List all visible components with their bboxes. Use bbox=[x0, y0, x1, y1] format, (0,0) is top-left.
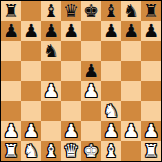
white-pawn[interactable]: ♟ bbox=[23, 121, 39, 141]
square-b3[interactable] bbox=[21, 101, 41, 121]
square-f6[interactable] bbox=[101, 41, 121, 61]
black-pawn[interactable]: ♟ bbox=[23, 21, 39, 41]
square-g4[interactable] bbox=[121, 81, 141, 101]
white-knight[interactable]: ♞ bbox=[23, 141, 39, 161]
square-d1[interactable]: ♛ bbox=[61, 141, 81, 161]
square-h2[interactable]: ♟ bbox=[141, 121, 161, 141]
square-c8[interactable]: ♝ bbox=[41, 1, 61, 21]
square-c5[interactable] bbox=[41, 61, 61, 81]
square-f1[interactable]: ♝ bbox=[101, 141, 121, 161]
white-pawn[interactable]: ♟ bbox=[3, 121, 19, 141]
square-h1[interactable]: ♜ bbox=[141, 141, 161, 161]
white-knight[interactable]: ♞ bbox=[103, 101, 119, 121]
square-a4[interactable] bbox=[1, 81, 21, 101]
black-knight[interactable]: ♞ bbox=[43, 41, 59, 61]
black-pawn[interactable]: ♟ bbox=[123, 21, 139, 41]
square-c1[interactable]: ♝ bbox=[41, 141, 61, 161]
square-d3[interactable] bbox=[61, 101, 81, 121]
square-d8[interactable]: ♛ bbox=[61, 1, 81, 21]
black-king[interactable]: ♚ bbox=[83, 1, 99, 21]
square-b5[interactable] bbox=[21, 61, 41, 81]
square-a7[interactable]: ♟ bbox=[1, 21, 21, 41]
white-pawn[interactable]: ♟ bbox=[143, 121, 159, 141]
square-a3[interactable] bbox=[1, 101, 21, 121]
black-knight[interactable]: ♞ bbox=[123, 1, 139, 21]
square-c6[interactable]: ♞ bbox=[41, 41, 61, 61]
square-g5[interactable] bbox=[121, 61, 141, 81]
square-h5[interactable] bbox=[141, 61, 161, 81]
black-bishop[interactable]: ♝ bbox=[103, 1, 119, 21]
white-bishop[interactable]: ♝ bbox=[103, 141, 119, 161]
black-pawn[interactable]: ♟ bbox=[103, 21, 119, 41]
square-h3[interactable] bbox=[141, 101, 161, 121]
square-c7[interactable]: ♟ bbox=[41, 21, 61, 41]
square-a8[interactable]: ♜ bbox=[1, 1, 21, 21]
square-b1[interactable]: ♞ bbox=[21, 141, 41, 161]
square-g2[interactable]: ♟ bbox=[121, 121, 141, 141]
square-f4[interactable] bbox=[101, 81, 121, 101]
white-rook[interactable]: ♜ bbox=[143, 141, 159, 161]
square-e7[interactable] bbox=[81, 21, 101, 41]
square-b2[interactable]: ♟ bbox=[21, 121, 41, 141]
square-h4[interactable] bbox=[141, 81, 161, 101]
square-c2[interactable] bbox=[41, 121, 61, 141]
white-bishop[interactable]: ♝ bbox=[43, 141, 59, 161]
white-pawn[interactable]: ♟ bbox=[63, 121, 79, 141]
square-e6[interactable] bbox=[81, 41, 101, 61]
black-rook[interactable]: ♜ bbox=[3, 1, 19, 21]
square-g7[interactable]: ♟ bbox=[121, 21, 141, 41]
square-b8[interactable] bbox=[21, 1, 41, 21]
white-pawn[interactable]: ♟ bbox=[123, 121, 139, 141]
square-f3[interactable]: ♞ bbox=[101, 101, 121, 121]
chess-board: ♜♝♛♚♝♞♜♟♟♟♟♟♟♟♞♟♟♟♞♟♟♟♟♟♟♜♞♝♛♚♝♜ bbox=[0, 0, 162, 162]
square-g8[interactable]: ♞ bbox=[121, 1, 141, 21]
white-pawn[interactable]: ♟ bbox=[103, 121, 119, 141]
square-e8[interactable]: ♚ bbox=[81, 1, 101, 21]
white-rook[interactable]: ♜ bbox=[3, 141, 19, 161]
black-pawn[interactable]: ♟ bbox=[3, 21, 19, 41]
square-e5[interactable]: ♟ bbox=[81, 61, 101, 81]
white-pawn[interactable]: ♟ bbox=[43, 81, 59, 101]
square-f7[interactable]: ♟ bbox=[101, 21, 121, 41]
square-d4[interactable] bbox=[61, 81, 81, 101]
black-pawn[interactable]: ♟ bbox=[83, 61, 99, 81]
square-h7[interactable]: ♟ bbox=[141, 21, 161, 41]
square-b4[interactable] bbox=[21, 81, 41, 101]
square-e4[interactable]: ♟ bbox=[81, 81, 101, 101]
square-e2[interactable] bbox=[81, 121, 101, 141]
square-a5[interactable] bbox=[1, 61, 21, 81]
square-g6[interactable] bbox=[121, 41, 141, 61]
black-bishop[interactable]: ♝ bbox=[43, 1, 59, 21]
black-pawn[interactable]: ♟ bbox=[63, 21, 79, 41]
square-a1[interactable]: ♜ bbox=[1, 141, 21, 161]
square-h8[interactable]: ♜ bbox=[141, 1, 161, 21]
black-pawn[interactable]: ♟ bbox=[143, 21, 159, 41]
white-queen[interactable]: ♛ bbox=[63, 141, 79, 161]
square-b7[interactable]: ♟ bbox=[21, 21, 41, 41]
square-a6[interactable] bbox=[1, 41, 21, 61]
white-king[interactable]: ♚ bbox=[83, 141, 99, 161]
square-a2[interactable]: ♟ bbox=[1, 121, 21, 141]
square-d2[interactable]: ♟ bbox=[61, 121, 81, 141]
square-h6[interactable] bbox=[141, 41, 161, 61]
square-d7[interactable]: ♟ bbox=[61, 21, 81, 41]
square-c3[interactable] bbox=[41, 101, 61, 121]
square-d6[interactable] bbox=[61, 41, 81, 61]
square-f8[interactable]: ♝ bbox=[101, 1, 121, 21]
square-f5[interactable] bbox=[101, 61, 121, 81]
square-b6[interactable] bbox=[21, 41, 41, 61]
square-f2[interactable]: ♟ bbox=[101, 121, 121, 141]
black-rook[interactable]: ♜ bbox=[143, 1, 159, 21]
square-e3[interactable] bbox=[81, 101, 101, 121]
black-pawn[interactable]: ♟ bbox=[43, 21, 59, 41]
white-pawn[interactable]: ♟ bbox=[83, 81, 99, 101]
square-d5[interactable] bbox=[61, 61, 81, 81]
black-queen[interactable]: ♛ bbox=[63, 1, 79, 21]
square-e1[interactable]: ♚ bbox=[81, 141, 101, 161]
square-g3[interactable] bbox=[121, 101, 141, 121]
square-c4[interactable]: ♟ bbox=[41, 81, 61, 101]
square-g1[interactable] bbox=[121, 141, 141, 161]
